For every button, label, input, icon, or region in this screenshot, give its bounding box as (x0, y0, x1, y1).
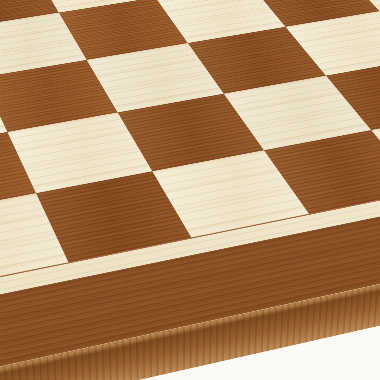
board-squares (0, 0, 380, 344)
chessboard (0, 0, 380, 380)
chessboard-photo-background (0, 0, 380, 380)
